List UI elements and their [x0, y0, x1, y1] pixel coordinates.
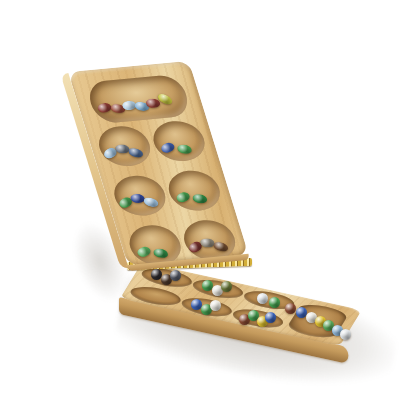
glass-bead	[174, 190, 191, 204]
mancala-board-photo	[0, 0, 416, 416]
pit-upright-row2-left[interactable]	[109, 174, 171, 218]
glass-bead	[153, 248, 169, 258]
pit-upright-row1-left[interactable]	[94, 124, 156, 168]
pit-upright-row1-right[interactable]	[148, 119, 210, 163]
glass-bead	[128, 147, 143, 159]
glass-bead	[192, 194, 208, 204]
glass-bead	[135, 245, 152, 259]
store-flat[interactable]	[285, 301, 350, 340]
glass-bead	[144, 196, 159, 208]
pit-upright-row3-right[interactable]	[179, 218, 241, 262]
pit-upright-row2-right[interactable]	[163, 169, 225, 213]
glass-bead	[213, 241, 228, 253]
glass-bead	[159, 141, 176, 155]
store-upright[interactable]	[85, 74, 193, 124]
pit-upright-row3-left[interactable]	[124, 223, 186, 267]
glass-bead	[177, 144, 193, 154]
